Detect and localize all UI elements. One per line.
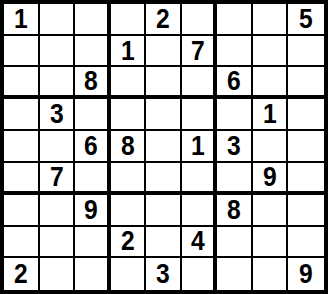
cell-r2c6[interactable]: 7 <box>182 36 218 68</box>
cell-r8c4[interactable]: 2 <box>111 227 147 259</box>
cell-r2c5[interactable] <box>146 36 182 68</box>
given-digit: 4 <box>191 227 205 255</box>
cell-r3c2[interactable] <box>40 67 76 99</box>
cell-r1c3[interactable] <box>75 4 111 36</box>
given-digit: 8 <box>121 132 135 160</box>
cell-r5c2[interactable] <box>40 131 76 163</box>
given-digit: 3 <box>49 100 63 128</box>
given-digit: 9 <box>84 196 98 224</box>
cell-r4c2[interactable]: 3 <box>40 99 76 131</box>
cell-r2c7[interactable] <box>217 36 253 68</box>
cell-r3c7[interactable]: 6 <box>217 67 253 99</box>
cell-r4c8[interactable]: 1 <box>253 99 289 131</box>
cell-r6c1[interactable] <box>4 163 40 195</box>
given-digit: 7 <box>191 37 205 65</box>
cell-r4c4[interactable] <box>111 99 147 131</box>
given-digit: 3 <box>227 132 241 160</box>
cell-r1c5[interactable]: 2 <box>146 4 182 36</box>
cell-r5c5[interactable] <box>146 131 182 163</box>
cell-r7c7[interactable]: 8 <box>217 195 253 227</box>
cell-r5c9[interactable] <box>288 131 324 163</box>
cell-r7c4[interactable] <box>111 195 147 227</box>
given-digit: 5 <box>299 5 313 33</box>
cell-r2c2[interactable] <box>40 36 76 68</box>
cell-r4c3[interactable] <box>75 99 111 131</box>
cell-r8c5[interactable] <box>146 227 182 259</box>
given-digit: 6 <box>227 67 241 95</box>
cell-r9c2[interactable] <box>40 258 76 290</box>
cell-r9c4[interactable] <box>111 258 147 290</box>
cell-r9c9[interactable]: 9 <box>288 258 324 290</box>
given-digit: 1 <box>263 100 277 128</box>
cell-r9c1[interactable]: 2 <box>4 258 40 290</box>
cell-r3c1[interactable] <box>4 67 40 99</box>
cell-r8c1[interactable] <box>4 227 40 259</box>
cell-r4c6[interactable] <box>182 99 218 131</box>
given-digit: 1 <box>121 37 135 65</box>
cell-r1c8[interactable] <box>253 4 289 36</box>
cell-r7c2[interactable] <box>40 195 76 227</box>
cell-r6c4[interactable] <box>111 163 147 195</box>
cell-r9c8[interactable] <box>253 258 289 290</box>
given-digit: 1 <box>191 132 205 160</box>
cell-r8c6[interactable]: 4 <box>182 227 218 259</box>
cell-r2c9[interactable] <box>288 36 324 68</box>
cell-r7c5[interactable] <box>146 195 182 227</box>
given-digit: 6 <box>84 132 98 160</box>
cell-r4c1[interactable] <box>4 99 40 131</box>
cell-r6c2[interactable]: 7 <box>40 163 76 195</box>
given-digit: 9 <box>299 260 313 288</box>
cell-r1c7[interactable] <box>217 4 253 36</box>
cell-r4c5[interactable] <box>146 99 182 131</box>
cell-r4c9[interactable] <box>288 99 324 131</box>
cell-r9c7[interactable] <box>217 258 253 290</box>
cell-r1c4[interactable] <box>111 4 147 36</box>
given-digit: 1 <box>14 5 28 33</box>
cell-r6c8[interactable]: 9 <box>253 163 289 195</box>
cell-r6c5[interactable] <box>146 163 182 195</box>
given-digit: 2 <box>121 227 135 255</box>
cell-r5c4[interactable]: 8 <box>111 131 147 163</box>
cell-r3c3[interactable]: 8 <box>75 67 111 99</box>
cell-r1c9[interactable]: 5 <box>288 4 324 36</box>
cell-r2c8[interactable] <box>253 36 289 68</box>
cell-r6c7[interactable] <box>217 163 253 195</box>
cell-r5c6[interactable]: 1 <box>182 131 218 163</box>
cell-r8c3[interactable] <box>75 227 111 259</box>
cell-r8c2[interactable] <box>40 227 76 259</box>
cell-r7c8[interactable] <box>253 195 289 227</box>
cell-r3c4[interactable] <box>111 67 147 99</box>
cell-r3c9[interactable] <box>288 67 324 99</box>
cell-r8c8[interactable] <box>253 227 289 259</box>
cell-r5c7[interactable]: 3 <box>217 131 253 163</box>
given-digit: 3 <box>156 260 170 288</box>
cell-r3c8[interactable] <box>253 67 289 99</box>
cell-r5c3[interactable]: 6 <box>75 131 111 163</box>
given-digit: 8 <box>84 67 98 95</box>
given-digit: 9 <box>263 163 277 191</box>
cell-r6c6[interactable] <box>182 163 218 195</box>
cell-r2c1[interactable] <box>4 36 40 68</box>
cell-r9c6[interactable] <box>182 258 218 290</box>
cell-r7c6[interactable] <box>182 195 218 227</box>
cell-r8c9[interactable] <box>288 227 324 259</box>
cell-r1c6[interactable] <box>182 4 218 36</box>
cell-r5c8[interactable] <box>253 131 289 163</box>
cell-r8c7[interactable] <box>217 227 253 259</box>
cell-r4c7[interactable] <box>217 99 253 131</box>
given-digit: 7 <box>49 163 63 191</box>
cell-r1c2[interactable] <box>40 4 76 36</box>
cell-r1c1[interactable]: 1 <box>4 4 40 36</box>
given-digit: 2 <box>14 260 28 288</box>
cell-r7c1[interactable] <box>4 195 40 227</box>
cell-r7c9[interactable] <box>288 195 324 227</box>
sudoku-board: 1251786316813799824239 <box>0 0 328 294</box>
cell-r9c5[interactable]: 3 <box>146 258 182 290</box>
cell-r9c3[interactable] <box>75 258 111 290</box>
cell-r6c3[interactable] <box>75 163 111 195</box>
given-digit: 8 <box>227 196 241 224</box>
cell-r3c5[interactable] <box>146 67 182 99</box>
cell-r3c6[interactable] <box>182 67 218 99</box>
cell-r2c3[interactable] <box>75 36 111 68</box>
cell-r6c9[interactable] <box>288 163 324 195</box>
cell-r2c4[interactable]: 1 <box>111 36 147 68</box>
cell-r5c1[interactable] <box>4 131 40 163</box>
cell-r7c3[interactable]: 9 <box>75 195 111 227</box>
given-digit: 2 <box>156 5 170 33</box>
